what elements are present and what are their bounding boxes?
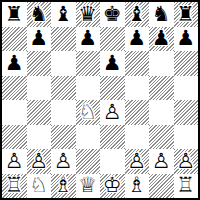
piece-glyph: ♜ [2,2,26,26]
square-c1[interactable]: ♝♗ [51,174,76,199]
square-b8[interactable]: ♞♞ [27,2,52,27]
piece-glyph: ♕ [76,174,100,198]
square-h7[interactable]: ♟♟ [174,27,199,52]
piece-glyph: ♝ [125,2,149,26]
piece-black-pawn[interactable]: ♟♟ [27,27,51,51]
piece-glyph: ♔ [100,174,124,198]
square-e6[interactable]: ♟♟ [100,51,125,76]
piece-glyph: ♘ [76,100,100,124]
piece-glyph: ♛ [76,2,100,26]
square-a3[interactable] [2,125,27,150]
piece-black-pawn[interactable]: ♟♟ [149,27,173,51]
square-f6[interactable] [125,51,150,76]
piece-black-bishop[interactable]: ♝♝ [51,2,75,26]
square-b5[interactable] [27,76,52,101]
piece-glyph: ♙ [149,149,173,173]
square-h6[interactable] [174,51,199,76]
square-c8[interactable]: ♝♝ [51,2,76,27]
piece-glyph: ♗ [125,174,149,198]
piece-glyph: ♗ [51,174,75,198]
square-a2[interactable]: ♟♙ [2,149,27,174]
piece-white-king[interactable]: ♚♔ [100,174,124,198]
piece-white-queen[interactable]: ♛♕ [76,174,100,198]
piece-glyph: ♟ [27,27,51,51]
square-d4[interactable]: ♞♘ [76,100,101,125]
square-c5[interactable] [51,76,76,101]
square-a7[interactable] [2,27,27,52]
piece-white-pawn[interactable]: ♟♙ [174,149,198,173]
piece-black-knight[interactable]: ♞♞ [27,2,51,26]
square-f4[interactable] [125,100,150,125]
square-d7[interactable]: ♟♟ [76,27,101,52]
square-c3[interactable] [51,125,76,150]
piece-black-pawn[interactable]: ♟♟ [76,27,100,51]
square-h3[interactable] [174,125,199,150]
piece-glyph: ♚ [100,2,124,26]
square-a6[interactable]: ♟♟ [2,51,27,76]
square-h1[interactable]: ♜♖ [174,174,199,199]
piece-black-pawn[interactable]: ♟♟ [2,51,26,75]
square-d5[interactable] [76,76,101,101]
piece-glyph: ♙ [125,149,149,173]
piece-glyph: ♙ [100,100,124,124]
square-c4[interactable] [51,100,76,125]
square-f3[interactable] [125,125,150,150]
piece-glyph: ♘ [27,174,51,198]
square-g7[interactable]: ♟♟ [149,27,174,52]
square-b2[interactable]: ♟♙ [27,149,52,174]
square-h5[interactable] [174,76,199,101]
piece-black-knight[interactable]: ♞♞ [149,2,173,26]
square-h2[interactable]: ♟♙ [174,149,199,174]
piece-white-pawn[interactable]: ♟♙ [149,149,173,173]
piece-white-pawn[interactable]: ♟♙ [125,149,149,173]
piece-glyph: ♙ [2,149,26,173]
square-d6[interactable] [76,51,101,76]
piece-black-rook[interactable]: ♜♜ [2,2,26,26]
piece-black-rook[interactable]: ♜♜ [174,2,198,26]
square-b7[interactable]: ♟♟ [27,27,52,52]
square-g4[interactable] [149,100,174,125]
piece-glyph: ♞ [27,2,51,26]
square-b4[interactable] [27,100,52,125]
square-g1[interactable] [149,174,174,199]
square-f7[interactable]: ♟♟ [125,27,150,52]
square-g2[interactable]: ♟♙ [149,149,174,174]
square-e7[interactable] [100,27,125,52]
square-c2[interactable]: ♟♙ [51,149,76,174]
piece-glyph: ♟ [149,27,173,51]
square-g8[interactable]: ♞♞ [149,2,174,27]
piece-black-pawn[interactable]: ♟♟ [100,51,124,75]
piece-glyph: ♖ [2,174,26,198]
piece-glyph: ♞ [149,2,173,26]
square-h8[interactable]: ♜♜ [174,2,199,27]
square-b6[interactable] [27,51,52,76]
square-a1[interactable]: ♜♖ [2,174,27,199]
square-e5[interactable] [100,76,125,101]
square-a5[interactable] [2,76,27,101]
square-g5[interactable] [149,76,174,101]
piece-white-pawn[interactable]: ♟♙ [51,149,75,173]
square-f5[interactable] [125,76,150,101]
piece-black-queen[interactable]: ♛♛ [76,2,100,26]
piece-glyph: ♜ [174,2,198,26]
square-g3[interactable] [149,125,174,150]
square-e1[interactable]: ♚♔ [100,174,125,199]
piece-glyph: ♖ [174,174,198,198]
piece-glyph: ♙ [174,149,198,173]
piece-glyph: ♟ [2,51,26,75]
piece-glyph: ♟ [174,27,198,51]
piece-white-pawn[interactable]: ♟♙ [27,149,51,173]
square-c6[interactable] [51,51,76,76]
square-d8[interactable]: ♛♛ [76,2,101,27]
piece-white-rook[interactable]: ♜♖ [2,174,26,198]
square-b3[interactable] [27,125,52,150]
piece-white-bishop[interactable]: ♝♗ [125,174,149,198]
piece-black-bishop[interactable]: ♝♝ [125,2,149,26]
piece-black-pawn[interactable]: ♟♟ [125,27,149,51]
square-e8[interactable]: ♚♚ [100,2,125,27]
piece-glyph: ♟ [125,27,149,51]
piece-glyph: ♟ [100,51,124,75]
square-g6[interactable] [149,51,174,76]
square-e4[interactable]: ♟♙ [100,100,125,125]
square-d2[interactable] [76,149,101,174]
square-h4[interactable] [174,100,199,125]
piece-glyph: ♙ [51,149,75,173]
piece-white-knight[interactable]: ♞♘ [27,174,51,198]
square-a8[interactable]: ♜♜ [2,2,27,27]
square-e3[interactable] [100,125,125,150]
square-b1[interactable]: ♞♘ [27,174,52,199]
square-f2[interactable]: ♟♙ [125,149,150,174]
square-d3[interactable] [76,125,101,150]
piece-black-pawn[interactable]: ♟♟ [174,27,198,51]
square-c7[interactable] [51,27,76,52]
piece-white-knight[interactable]: ♞♘ [76,100,100,124]
square-d1[interactable]: ♛♕ [76,174,101,199]
piece-glyph: ♙ [27,149,51,173]
piece-white-pawn[interactable]: ♟♙ [100,100,124,124]
piece-white-pawn[interactable]: ♟♙ [2,149,26,173]
square-a4[interactable] [2,100,27,125]
square-f8[interactable]: ♝♝ [125,2,150,27]
piece-glyph: ♟ [76,27,100,51]
piece-white-rook[interactable]: ♜♖ [174,174,198,198]
square-f1[interactable]: ♝♗ [125,174,150,199]
chess-board-window: ♜♜♞♞♝♝♛♛♚♚♝♝♞♞♜♜♟♟♟♟♟♟♟♟♟♟♟♟♟♟♞♘♟♙♟♙♟♙♟♙… [0,0,200,200]
piece-glyph: ♝ [51,2,75,26]
chess-board: ♜♜♞♞♝♝♛♛♚♚♝♝♞♞♜♜♟♟♟♟♟♟♟♟♟♟♟♟♟♟♞♘♟♙♟♙♟♙♟♙… [0,0,200,200]
square-e2[interactable] [100,149,125,174]
piece-black-king[interactable]: ♚♚ [100,2,124,26]
piece-white-bishop[interactable]: ♝♗ [51,174,75,198]
